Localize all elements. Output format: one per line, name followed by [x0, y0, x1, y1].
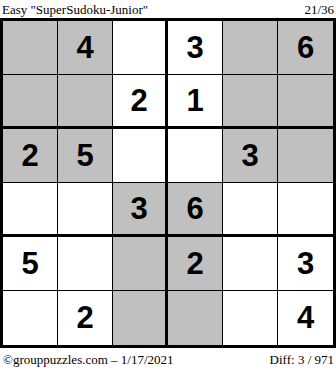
cell-r5c2[interactable]: [58, 237, 113, 291]
cell-r4c4[interactable]: 6: [168, 183, 223, 237]
cell-r4c1[interactable]: [3, 183, 58, 237]
cell-r5c4[interactable]: 2: [168, 237, 223, 291]
cell-r6c6[interactable]: 4: [278, 291, 333, 345]
cell-r6c2[interactable]: 2: [58, 291, 113, 345]
cell-r6c4[interactable]: [168, 291, 223, 345]
footer: ©grouppuzzles.com – 1/17/2021 Diff: 3 / …: [0, 348, 336, 370]
cell-r3c4[interactable]: [168, 129, 223, 183]
cell-r3c2[interactable]: 5: [58, 129, 113, 183]
cell-r1c1[interactable]: [3, 21, 58, 75]
cell-r5c6[interactable]: 3: [278, 237, 333, 291]
cell-r3c3[interactable]: [113, 129, 168, 183]
difficulty-label: Diff: 3 / 971: [270, 352, 334, 368]
cell-r6c1[interactable]: [3, 291, 58, 345]
cell-r2c3[interactable]: 2: [113, 75, 168, 129]
cell-r1c4[interactable]: 3: [168, 21, 223, 75]
copyright-date: ©grouppuzzles.com – 1/17/2021: [3, 352, 174, 368]
cell-r2c4[interactable]: 1: [168, 75, 223, 129]
cell-r4c6[interactable]: [278, 183, 333, 237]
cell-r4c5[interactable]: [223, 183, 278, 237]
cell-r1c5[interactable]: [223, 21, 278, 75]
cell-r2c1[interactable]: [3, 75, 58, 129]
cell-r6c5[interactable]: [223, 291, 278, 345]
puzzle-title: Easy "SuperSudoku-Junior": [2, 2, 148, 17]
cell-r3c6[interactable]: [278, 129, 333, 183]
cell-r3c5[interactable]: 3: [223, 129, 278, 183]
cell-r5c1[interactable]: 5: [3, 237, 58, 291]
cell-r4c2[interactable]: [58, 183, 113, 237]
cell-r6c3[interactable]: [113, 291, 168, 345]
cell-r2c6[interactable]: [278, 75, 333, 129]
puzzle-page: Easy "SuperSudoku-Junior" 21/36 43621253…: [0, 0, 336, 370]
cell-r3c1[interactable]: 2: [3, 129, 58, 183]
board: 436212533652324: [0, 18, 336, 348]
cell-r1c6[interactable]: 6: [278, 21, 333, 75]
cell-r2c2[interactable]: [58, 75, 113, 129]
header: Easy "SuperSudoku-Junior" 21/36: [0, 0, 336, 18]
cell-r4c3[interactable]: 3: [113, 183, 168, 237]
cell-r5c5[interactable]: [223, 237, 278, 291]
cell-r2c5[interactable]: [223, 75, 278, 129]
cell-r1c3[interactable]: [113, 21, 168, 75]
cell-r5c3[interactable]: [113, 237, 168, 291]
cell-r1c2[interactable]: 4: [58, 21, 113, 75]
puzzle-counter: 21/36: [304, 2, 334, 17]
